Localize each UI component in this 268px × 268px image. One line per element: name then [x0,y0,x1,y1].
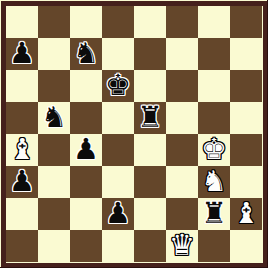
black-king[interactable]: ♚ [105,71,131,100]
frame-inner-line-right [262,6,263,263]
square-c2[interactable] [70,198,102,230]
frame-inner-line-bottom [6,262,263,263]
square-d1[interactable] [102,230,134,262]
square-c4[interactable]: ♟ [70,134,102,166]
square-c5[interactable] [70,102,102,134]
square-e3[interactable] [134,166,166,198]
square-b3[interactable] [38,166,70,198]
square-d2[interactable]: ♟ [102,198,134,230]
square-c1[interactable] [70,230,102,262]
square-d8[interactable] [102,6,134,38]
black-rook[interactable]: ♜ [137,103,163,132]
black-knight[interactable]: ♞ [41,103,67,132]
square-c7[interactable]: ♞ [70,38,102,70]
square-c3[interactable] [70,166,102,198]
square-b4[interactable] [38,134,70,166]
square-f7[interactable] [166,38,198,70]
square-f5[interactable] [166,102,198,134]
square-a6[interactable] [6,70,38,102]
square-f2[interactable] [166,198,198,230]
square-b5[interactable]: ♞ [38,102,70,134]
square-a8[interactable] [6,6,38,38]
black-pawn[interactable]: ♟ [73,135,99,164]
square-g8[interactable] [198,6,230,38]
square-g7[interactable] [198,38,230,70]
square-f8[interactable] [166,6,198,38]
square-e2[interactable] [134,198,166,230]
square-d7[interactable] [102,38,134,70]
square-e1[interactable] [134,230,166,262]
black-pawn[interactable]: ♟ [105,199,131,228]
square-b2[interactable] [38,198,70,230]
square-e5[interactable]: ♜ [134,102,166,134]
square-g6[interactable] [198,70,230,102]
white-knight[interactable]: ♞ [201,167,227,196]
square-h1[interactable] [230,230,262,262]
square-e4[interactable] [134,134,166,166]
square-a7[interactable]: ♟ [6,38,38,70]
square-e6[interactable] [134,70,166,102]
square-a4[interactable]: ♝ [6,134,38,166]
square-h8[interactable] [230,6,262,38]
square-h6[interactable] [230,70,262,102]
square-h7[interactable] [230,38,262,70]
square-f1[interactable]: ♛ [166,230,198,262]
square-f6[interactable] [166,70,198,102]
white-queen[interactable]: ♛ [169,231,195,260]
square-f3[interactable] [166,166,198,198]
square-e8[interactable] [134,6,166,38]
square-a5[interactable] [6,102,38,134]
black-pawn[interactable]: ♟ [9,39,35,68]
white-bishop[interactable]: ♝ [9,135,35,164]
square-b7[interactable] [38,38,70,70]
square-h4[interactable] [230,134,262,166]
square-h3[interactable] [230,166,262,198]
square-a1[interactable] [6,230,38,262]
square-d6[interactable]: ♚ [102,70,134,102]
square-b8[interactable] [38,6,70,38]
frame-highlight-top [0,0,268,1]
square-c8[interactable] [70,6,102,38]
square-h2[interactable]: ♝ [230,198,262,230]
square-a3[interactable]: ♟ [6,166,38,198]
white-king[interactable]: ♚ [201,135,227,164]
square-c6[interactable] [70,70,102,102]
chess-board-frame: ♟♞♚♞♜♝♟♚♟♞♟♜♝♛ [0,0,268,268]
frame-highlight-left [0,0,1,268]
square-g3[interactable]: ♞ [198,166,230,198]
square-g2[interactable]: ♜ [198,198,230,230]
square-e7[interactable] [134,38,166,70]
square-b1[interactable] [38,230,70,262]
square-a2[interactable] [6,198,38,230]
square-f4[interactable] [166,134,198,166]
square-d3[interactable] [102,166,134,198]
black-rook[interactable]: ♜ [201,199,227,228]
square-g4[interactable]: ♚ [198,134,230,166]
square-d5[interactable] [102,102,134,134]
square-d4[interactable] [102,134,134,166]
chess-board: ♟♞♚♞♜♝♟♚♟♞♟♜♝♛ [6,6,262,262]
square-b6[interactable] [38,70,70,102]
square-g5[interactable] [198,102,230,134]
white-bishop[interactable]: ♝ [233,199,259,228]
black-knight[interactable]: ♞ [73,39,99,68]
square-h5[interactable] [230,102,262,134]
frame-shadow-right [267,0,268,268]
square-g1[interactable] [198,230,230,262]
black-pawn[interactable]: ♟ [9,167,35,196]
